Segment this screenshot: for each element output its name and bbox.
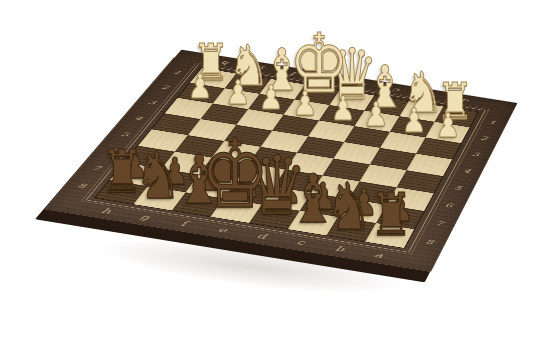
chess-board: hh11gg22ff33ee44dd55cc66bb77aa88: [95, 68, 478, 248]
chessboard-product-photo: hh11gg22ff33ee44dd55cc66bb77aa88 ♜♞♝♛♚♝♞…: [0, 0, 560, 345]
